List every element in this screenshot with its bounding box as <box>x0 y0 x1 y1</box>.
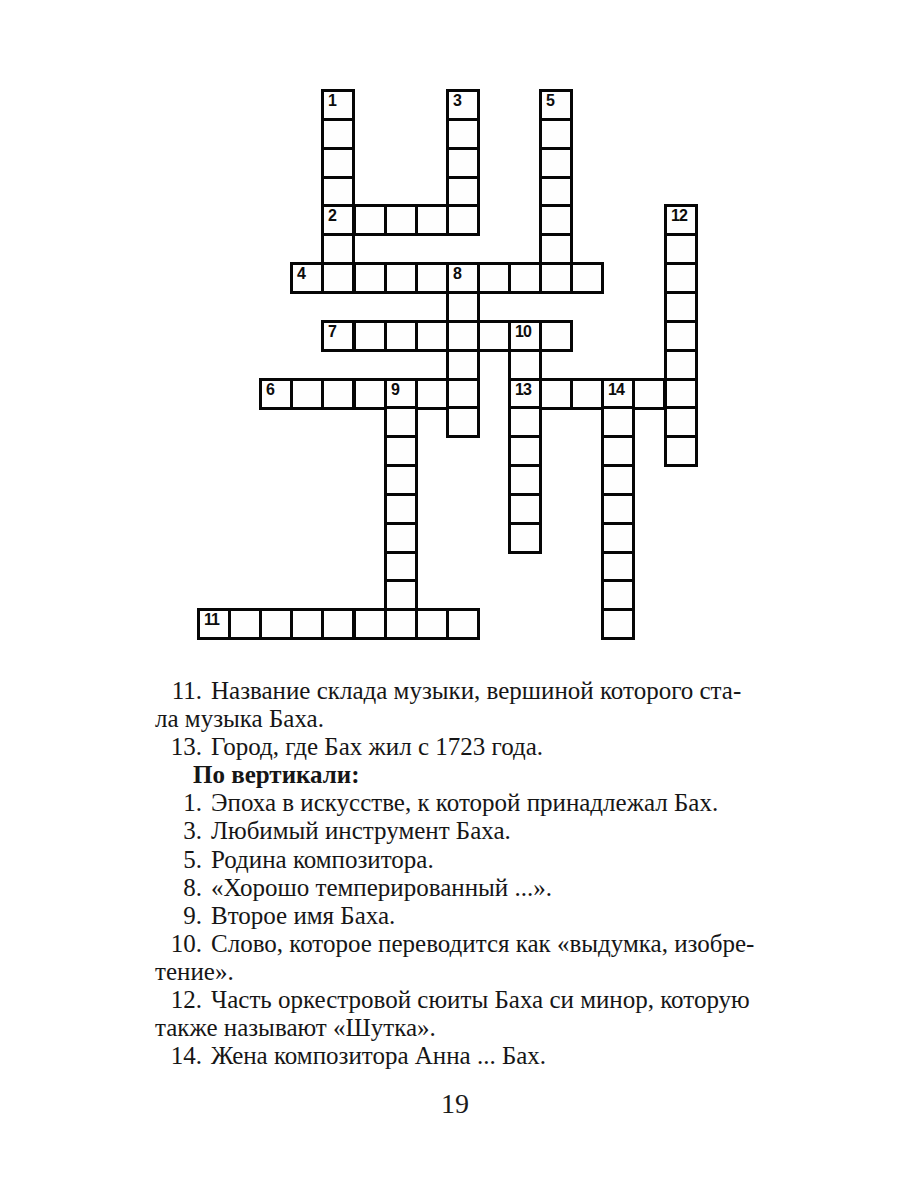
cell-r18-c0: 11 <box>197 608 231 640</box>
cell-r4-c7 <box>415 204 449 236</box>
cell-r8-c6 <box>384 320 418 352</box>
cell-r10-c4 <box>321 378 355 410</box>
clue-number: 12. <box>155 986 202 1014</box>
cell-r13-c10 <box>508 464 542 496</box>
cell-r10-c7 <box>415 378 449 410</box>
cell-r2-c4 <box>321 147 355 179</box>
clue-number-in-cell: 4 <box>297 266 305 282</box>
cell-r17-c6 <box>384 579 418 611</box>
clue-number: 14. <box>155 1042 202 1070</box>
cell-r12-c6 <box>384 435 418 467</box>
clue-text: Жена композитора Анна ... Бах. <box>211 1042 546 1069</box>
cell-r1-c8 <box>446 118 480 150</box>
clue-text: «Хорошо темперированный ...». <box>211 874 552 901</box>
cell-r14-c6 <box>384 493 418 525</box>
cell-r12-c13 <box>601 435 635 467</box>
cell-r15-c6 <box>384 522 418 554</box>
cell-r18-c3 <box>290 608 324 640</box>
clue-text: Родина композитора. <box>211 846 434 873</box>
cell-r11-c10 <box>508 406 542 438</box>
cell-r17-c13 <box>601 579 635 611</box>
cell-r18-c5 <box>353 608 387 640</box>
cell-r6-c12 <box>570 262 604 294</box>
cell-r4-c4: 2 <box>321 204 355 236</box>
cell-r9-c8 <box>446 349 480 381</box>
cell-r4-c15: 12 <box>664 204 698 236</box>
cell-r8-c15 <box>664 320 698 352</box>
clue-number: 10. <box>155 930 202 958</box>
clue-number-in-cell: 9 <box>391 382 399 398</box>
cell-r5-c15 <box>664 233 698 265</box>
clue-number-in-cell: 6 <box>266 382 274 398</box>
clue-down-5: 5.Родина композитора. <box>155 846 795 874</box>
cell-r9-c15 <box>664 349 698 381</box>
clue-number-in-cell: 13 <box>515 382 531 398</box>
crossword-grid: 1352124871069131411 <box>197 89 700 641</box>
cell-r6-c8: 8 <box>446 262 480 294</box>
cell-r10-c11 <box>539 378 573 410</box>
clue-number: 11. <box>155 677 202 705</box>
cell-r8-c10: 10 <box>508 320 542 352</box>
clue-down-14: 14.Жена композитора Анна ... Бах. <box>155 1042 795 1070</box>
cell-r8-c11 <box>539 320 573 352</box>
cell-r11-c8 <box>446 406 480 438</box>
clue-across-13: 13.Город, где Бах жил с 1723 года. <box>155 733 795 761</box>
clue-down-3: 3.Любимый инструмент Баха. <box>155 817 795 845</box>
cell-r6-c6 <box>384 262 418 294</box>
cell-r4-c11 <box>539 204 573 236</box>
cell-r0-c11: 5 <box>539 89 573 121</box>
cell-r4-c8 <box>446 204 480 236</box>
cell-r15-c13 <box>601 522 635 554</box>
cell-r6-c9 <box>477 262 511 294</box>
clue-number-in-cell: 10 <box>515 324 531 340</box>
cell-r7-c15 <box>664 291 698 323</box>
cell-r6-c11 <box>539 262 573 294</box>
clue-number: 1. <box>155 789 202 817</box>
cell-r4-c5 <box>353 204 387 236</box>
clue-number-in-cell: 5 <box>546 93 554 109</box>
cell-r6-c10 <box>508 262 542 294</box>
clue-text: Эпоха в искусстве, к которой принадлежал… <box>211 789 718 816</box>
cell-r18-c1 <box>228 608 262 640</box>
clue-text-continuation: тение». <box>155 958 795 986</box>
clue-number: 9. <box>155 902 202 930</box>
cell-r6-c15 <box>664 262 698 294</box>
cell-r6-c4 <box>321 262 355 294</box>
cell-r12-c10 <box>508 435 542 467</box>
clue-number-in-cell: 1 <box>328 93 336 109</box>
clue-number-in-cell: 11 <box>204 612 219 628</box>
cell-r4-c6 <box>384 204 418 236</box>
clue-down-1: 1.Эпоха в искусстве, к которой принадлеж… <box>155 789 795 817</box>
clue-text: Слово, которое переводится как «выдумка,… <box>211 930 754 957</box>
cell-r5-c11 <box>539 233 573 265</box>
clue-text: Часть оркестровой сюиты Баха си минор, к… <box>211 986 750 1013</box>
cell-r18-c8 <box>446 608 480 640</box>
cell-r8-c7 <box>415 320 449 352</box>
cell-r10-c2: 6 <box>259 378 293 410</box>
cell-r18-c4 <box>321 608 355 640</box>
cell-r11-c6 <box>384 406 418 438</box>
cell-r10-c12 <box>570 378 604 410</box>
clues-section: 11.Название склада музыки, вершиной кото… <box>155 677 795 1070</box>
clue-down-8: 8.«Хорошо темперированный ...». <box>155 874 795 902</box>
clue-text: Второе имя Баха. <box>211 902 395 929</box>
cell-r1-c11 <box>539 118 573 150</box>
cell-r10-c5 <box>353 378 387 410</box>
clue-text-continuation: ла музыка Баха. <box>155 705 795 733</box>
clue-number: 8. <box>155 874 202 902</box>
cell-r6-c5 <box>353 262 387 294</box>
cell-r10-c14 <box>632 378 666 410</box>
clue-number: 5. <box>155 846 202 874</box>
clue-number: 13. <box>155 733 202 761</box>
cell-r13-c13 <box>601 464 635 496</box>
clue-text: Название склада музыки, вершиной которог… <box>211 677 741 704</box>
cell-r12-c15 <box>664 435 698 467</box>
cell-r8-c9 <box>477 320 511 352</box>
clue-across-11: 11.Название склада музыки, вершиной кото… <box>155 677 795 733</box>
clue-down-10: 10.Слово, которое переводится как «выдум… <box>155 930 795 986</box>
cell-r11-c13 <box>601 406 635 438</box>
cell-r13-c6 <box>384 464 418 496</box>
clue-down-9: 9.Второе имя Баха. <box>155 902 795 930</box>
cell-r1-c4 <box>321 118 355 150</box>
cell-r7-c8 <box>446 291 480 323</box>
cell-r6-c3: 4 <box>290 262 324 294</box>
clue-number: 3. <box>155 817 202 845</box>
cell-r14-c10 <box>508 493 542 525</box>
clue-number-in-cell: 8 <box>453 266 461 282</box>
cell-r11-c15 <box>664 406 698 438</box>
clue-text: Любимый инструмент Баха. <box>211 817 511 844</box>
book-page: 1352124871069131411 11.Название склада м… <box>0 0 900 1200</box>
cell-r18-c13 <box>601 608 635 640</box>
clue-number-in-cell: 14 <box>608 382 624 398</box>
cell-r8-c5 <box>353 320 387 352</box>
cell-r18-c6 <box>384 608 418 640</box>
clue-number-in-cell: 7 <box>328 324 336 340</box>
cell-r10-c3 <box>290 378 324 410</box>
cell-r18-c7 <box>415 608 449 640</box>
cell-r2-c8 <box>446 147 480 179</box>
cell-r5-c4 <box>321 233 355 265</box>
down-clues-header: По вертикали: <box>193 761 795 789</box>
clue-number-in-cell: 2 <box>328 208 336 224</box>
clue-text: Город, где Бах жил с 1723 года. <box>211 733 543 760</box>
cell-r9-c10 <box>508 349 542 381</box>
cell-r18-c2 <box>259 608 293 640</box>
clue-down-12: 12.Часть оркестровой сюиты Баха си минор… <box>155 986 795 1042</box>
cell-r2-c11 <box>539 147 573 179</box>
clue-number-in-cell: 3 <box>453 93 461 109</box>
clue-number-in-cell: 12 <box>671 208 687 224</box>
page-number: 19 <box>155 1088 755 1120</box>
cell-r6-c7 <box>415 262 449 294</box>
cell-r15-c10 <box>508 522 542 554</box>
clue-text-continuation: также называют «Шутка». <box>155 1014 795 1042</box>
cell-r0-c4: 1 <box>321 89 355 121</box>
cell-r8-c8 <box>446 320 480 352</box>
cell-r8-c4: 7 <box>321 320 355 352</box>
cell-r14-c13 <box>601 493 635 525</box>
cell-r0-c8: 3 <box>446 89 480 121</box>
